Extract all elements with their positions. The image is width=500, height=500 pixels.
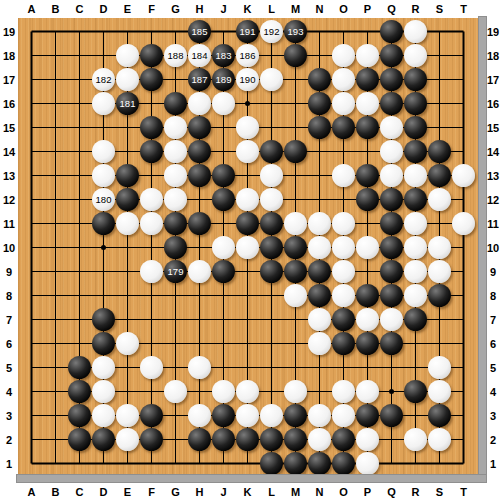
col-label-top-F: F (140, 1, 164, 17)
stone-H13[interactable] (188, 164, 211, 187)
stone-Q16[interactable] (380, 92, 403, 115)
stone-E17[interactable] (116, 68, 139, 91)
stone-P13[interactable] (356, 164, 379, 187)
stone-D11[interactable] (92, 212, 115, 235)
stone-F3[interactable] (140, 404, 163, 427)
row-label-left-18: 18 (1, 48, 17, 64)
stone-K15[interactable] (236, 116, 259, 139)
stone-Q13[interactable] (380, 164, 403, 187)
stone-E6[interactable] (116, 332, 139, 355)
stone-R16[interactable] (404, 92, 427, 115)
row-label-right-18: 18 (485, 48, 500, 64)
col-label-top-L: L (260, 1, 284, 17)
col-label-top-M: M (284, 1, 308, 17)
stone-L10[interactable] (260, 236, 283, 259)
stone-O8[interactable] (332, 284, 355, 307)
col-label-top-A: A (20, 1, 44, 17)
stone-O10[interactable] (332, 236, 355, 259)
stone-M4[interactable] (284, 380, 307, 403)
col-label-top-E: E (116, 1, 140, 17)
stone-O11[interactable] (332, 212, 355, 235)
row-label-right-2: 2 (485, 432, 500, 448)
stone-O4[interactable] (332, 380, 355, 403)
row-label-right-4: 4 (485, 384, 500, 400)
stone-F14[interactable] (140, 140, 163, 163)
col-label-bottom-A: A (20, 484, 44, 500)
stone-J4[interactable] (212, 380, 235, 403)
stone-Q9[interactable] (380, 260, 403, 283)
stone-F9[interactable] (140, 260, 163, 283)
col-label-bottom-L: L (260, 484, 284, 500)
row-label-right-9: 9 (485, 264, 500, 280)
stone-Q11[interactable] (380, 212, 403, 235)
col-label-bottom-K: K (236, 484, 260, 500)
row-label-left-2: 2 (1, 432, 17, 448)
stone-N15[interactable] (308, 116, 331, 139)
stone-L17[interactable] (260, 68, 283, 91)
col-label-top-K: K (236, 1, 260, 17)
stone-D7[interactable] (92, 308, 115, 331)
star-point (245, 101, 250, 106)
col-label-top-Q: Q (380, 1, 404, 17)
stone-C5[interactable] (68, 356, 91, 379)
col-label-bottom-C: C (68, 484, 92, 500)
row-label-right-16: 16 (485, 96, 500, 112)
stone-K2[interactable] (236, 428, 259, 451)
row-label-left-15: 15 (1, 120, 17, 136)
stone-H15[interactable] (188, 116, 211, 139)
stone-N10[interactable] (308, 236, 331, 259)
stone-R7[interactable] (404, 308, 427, 331)
stone-Q17[interactable] (380, 68, 403, 91)
stone-R11[interactable] (404, 212, 427, 235)
col-label-bottom-D: D (92, 484, 116, 500)
stone-K10[interactable] (236, 236, 259, 259)
stone-R15[interactable] (404, 116, 427, 139)
stone-H14[interactable] (188, 140, 211, 163)
stone-S2[interactable] (428, 428, 451, 451)
row-label-left-8: 8 (1, 288, 17, 304)
stone-E2[interactable] (116, 428, 139, 451)
stone-D16[interactable] (92, 92, 115, 115)
row-label-right-12: 12 (485, 192, 500, 208)
stone-L3[interactable] (260, 404, 283, 427)
stone-J3[interactable] (212, 404, 235, 427)
stone-H18[interactable]: 184 (188, 44, 211, 67)
stone-P18[interactable] (356, 44, 379, 67)
stone-J18[interactable]: 183 (212, 44, 235, 67)
row-label-right-11: 11 (485, 216, 500, 232)
row-label-right-13: 13 (485, 168, 500, 184)
stone-G14[interactable] (164, 140, 187, 163)
stone-D12[interactable]: 180 (92, 188, 115, 211)
stone-H11[interactable] (188, 212, 211, 235)
stone-H2[interactable] (188, 428, 211, 451)
stone-R9[interactable] (404, 260, 427, 283)
stone-P16[interactable] (356, 92, 379, 115)
stone-P6[interactable] (356, 332, 379, 355)
stone-C4[interactable] (68, 380, 91, 403)
col-label-top-C: C (68, 1, 92, 17)
stone-S12[interactable] (428, 188, 451, 211)
stone-M11[interactable] (284, 212, 307, 235)
stone-F15[interactable] (140, 116, 163, 139)
col-label-bottom-B: B (44, 484, 68, 500)
row-label-left-16: 16 (1, 96, 17, 112)
stone-L1[interactable] (260, 452, 283, 475)
stone-H9[interactable] (188, 260, 211, 283)
stone-E13[interactable] (116, 164, 139, 187)
row-label-left-17: 17 (1, 72, 17, 88)
row-label-left-12: 12 (1, 192, 17, 208)
stone-K19[interactable]: 191 (236, 20, 259, 43)
stone-R13[interactable] (404, 164, 427, 187)
row-label-right-10: 10 (485, 240, 500, 256)
stone-O15[interactable] (332, 116, 355, 139)
stone-L12[interactable] (260, 188, 283, 211)
stone-K12[interactable] (236, 188, 259, 211)
stone-R14[interactable] (404, 140, 427, 163)
row-label-left-9: 9 (1, 264, 17, 280)
col-label-bottom-Q: Q (380, 484, 404, 500)
stone-M9[interactable] (284, 260, 307, 283)
row-label-left-19: 19 (1, 24, 17, 40)
stone-Q6[interactable] (380, 332, 403, 355)
stone-M10[interactable] (284, 236, 307, 259)
col-label-bottom-S: S (428, 484, 452, 500)
stone-K14[interactable] (236, 140, 259, 163)
stone-M2[interactable] (284, 428, 307, 451)
horizontal-scrollbar-gutter[interactable] (16, 474, 487, 483)
stone-P12[interactable] (356, 188, 379, 211)
stone-J10[interactable] (212, 236, 235, 259)
stone-J2[interactable] (212, 428, 235, 451)
stone-J17[interactable]: 189 (212, 68, 235, 91)
stone-O16[interactable] (332, 92, 355, 115)
stone-P17[interactable] (356, 68, 379, 91)
stone-Q15[interactable] (380, 116, 403, 139)
col-label-top-O: O (332, 1, 356, 17)
stone-F5[interactable] (140, 356, 163, 379)
stone-L2[interactable] (260, 428, 283, 451)
stone-L9[interactable] (260, 260, 283, 283)
stone-O7[interactable] (332, 308, 355, 331)
stone-N16[interactable] (308, 92, 331, 115)
stone-N8[interactable] (308, 284, 331, 307)
stone-O3[interactable] (332, 404, 355, 427)
stone-D17[interactable]: 182 (92, 68, 115, 91)
stone-G12[interactable] (164, 188, 187, 211)
stone-P8[interactable] (356, 284, 379, 307)
stone-P1[interactable] (356, 452, 379, 475)
stone-T13[interactable] (452, 164, 475, 187)
stone-R18[interactable] (404, 44, 427, 67)
col-label-bottom-T: T (452, 484, 476, 500)
stone-M18[interactable] (284, 44, 307, 67)
stone-P15[interactable] (356, 116, 379, 139)
row-label-right-1: 1 (485, 456, 500, 472)
col-label-bottom-P: P (356, 484, 380, 500)
row-label-right-5: 5 (485, 360, 500, 376)
col-label-top-T: T (452, 1, 476, 17)
row-label-left-3: 3 (1, 408, 17, 424)
row-label-left-1: 1 (1, 456, 17, 472)
stone-G18[interactable]: 188 (164, 44, 187, 67)
stone-F17[interactable] (140, 68, 163, 91)
stone-Q18[interactable] (380, 44, 403, 67)
row-label-left-7: 7 (1, 312, 17, 328)
stone-F11[interactable] (140, 212, 163, 235)
stone-N1[interactable] (308, 452, 331, 475)
stone-F18[interactable] (140, 44, 163, 67)
col-label-top-D: D (92, 1, 116, 17)
stone-N7[interactable] (308, 308, 331, 331)
stone-Q10[interactable] (380, 236, 403, 259)
stone-F12[interactable] (140, 188, 163, 211)
col-label-bottom-H: H (188, 484, 212, 500)
row-label-left-14: 14 (1, 144, 17, 160)
stone-K3[interactable] (236, 404, 259, 427)
stone-P7[interactable] (356, 308, 379, 331)
stone-S8[interactable] (428, 284, 451, 307)
vertical-scrollbar-gutter[interactable] (478, 16, 487, 482)
col-label-top-P: P (356, 1, 380, 17)
stone-O2[interactable] (332, 428, 355, 451)
stone-P2[interactable] (356, 428, 379, 451)
stone-J9[interactable] (212, 260, 235, 283)
stone-K11[interactable] (236, 212, 259, 235)
stone-R12[interactable] (404, 188, 427, 211)
stone-O1[interactable] (332, 452, 355, 475)
stone-K18[interactable]: 186 (236, 44, 259, 67)
stone-R2[interactable] (404, 428, 427, 451)
stone-Q8[interactable] (380, 284, 403, 307)
col-label-top-B: B (44, 1, 68, 17)
stone-M8[interactable] (284, 284, 307, 307)
col-label-top-H: H (188, 1, 212, 17)
stone-M19[interactable]: 193 (284, 20, 307, 43)
stone-N17[interactable] (308, 68, 331, 91)
stone-D3[interactable] (92, 404, 115, 427)
row-label-left-13: 13 (1, 168, 17, 184)
stone-Q19[interactable] (380, 20, 403, 43)
stone-H3[interactable] (188, 404, 211, 427)
row-label-right-8: 8 (485, 288, 500, 304)
stone-P10[interactable] (356, 236, 379, 259)
col-label-bottom-O: O (332, 484, 356, 500)
stone-S13[interactable] (428, 164, 451, 187)
col-label-top-R: R (404, 1, 428, 17)
row-label-left-4: 4 (1, 384, 17, 400)
stone-Q3[interactable] (380, 404, 403, 427)
col-label-bottom-J: J (212, 484, 236, 500)
row-label-right-7: 7 (485, 312, 500, 328)
stone-T11[interactable] (452, 212, 475, 235)
stone-J13[interactable] (212, 164, 235, 187)
stone-C3[interactable] (68, 404, 91, 427)
stone-E3[interactable] (116, 404, 139, 427)
row-label-right-17: 17 (485, 72, 500, 88)
col-label-top-G: G (164, 1, 188, 17)
stone-R19[interactable] (404, 20, 427, 43)
stone-F2[interactable] (140, 428, 163, 451)
stone-N3[interactable] (308, 404, 331, 427)
stone-G15[interactable] (164, 116, 187, 139)
stone-D4[interactable] (92, 380, 115, 403)
stone-S3[interactable] (428, 404, 451, 427)
col-label-bottom-F: F (140, 484, 164, 500)
row-label-right-14: 14 (485, 144, 500, 160)
stone-J16[interactable] (212, 92, 235, 115)
stone-M3[interactable] (284, 404, 307, 427)
col-label-top-N: N (308, 1, 332, 17)
row-label-right-6: 6 (485, 336, 500, 352)
stone-G13[interactable] (164, 164, 187, 187)
col-label-bottom-G: G (164, 484, 188, 500)
stone-H16[interactable] (188, 92, 211, 115)
stone-R17[interactable] (404, 68, 427, 91)
stone-D5[interactable] (92, 356, 115, 379)
star-point (389, 389, 394, 394)
row-label-left-11: 11 (1, 216, 17, 232)
row-label-right-15: 15 (485, 120, 500, 136)
col-label-bottom-M: M (284, 484, 308, 500)
row-label-left-6: 6 (1, 336, 17, 352)
stone-D14[interactable] (92, 140, 115, 163)
star-point (101, 245, 106, 250)
col-label-top-J: J (212, 1, 236, 17)
stone-L11[interactable] (260, 212, 283, 235)
stone-D13[interactable] (92, 164, 115, 187)
stone-E18[interactable] (116, 44, 139, 67)
stone-D6[interactable] (92, 332, 115, 355)
row-label-left-5: 5 (1, 360, 17, 376)
stone-R8[interactable] (404, 284, 427, 307)
stone-Q7[interactable] (380, 308, 403, 331)
stone-N6[interactable] (308, 332, 331, 355)
stone-Q12[interactable] (380, 188, 403, 211)
stone-G10[interactable] (164, 236, 187, 259)
stone-N9[interactable] (308, 260, 331, 283)
stone-S4[interactable] (428, 380, 451, 403)
stone-J12[interactable] (212, 188, 235, 211)
col-label-bottom-E: E (116, 484, 140, 500)
stone-S5[interactable] (428, 356, 451, 379)
stone-E12[interactable] (116, 188, 139, 211)
stone-S10[interactable] (428, 236, 451, 259)
stone-Q14[interactable] (380, 140, 403, 163)
col-label-bottom-R: R (404, 484, 428, 500)
stone-K4[interactable] (236, 380, 259, 403)
stone-G4[interactable] (164, 380, 187, 403)
stone-P4[interactable] (356, 380, 379, 403)
stone-R4[interactable] (404, 380, 427, 403)
stone-M14[interactable] (284, 140, 307, 163)
stone-O13[interactable] (332, 164, 355, 187)
stone-R10[interactable] (404, 236, 427, 259)
stone-L13[interactable] (260, 164, 283, 187)
stone-O17[interactable] (332, 68, 355, 91)
stone-G16[interactable] (164, 92, 187, 115)
stone-G11[interactable] (164, 212, 187, 235)
stone-H17[interactable]: 187 (188, 68, 211, 91)
col-label-bottom-N: N (308, 484, 332, 500)
stone-L14[interactable] (260, 140, 283, 163)
stone-E16[interactable]: 181 (116, 92, 139, 115)
stone-O6[interactable] (332, 332, 355, 355)
row-label-left-10: 10 (1, 240, 17, 256)
stone-H19[interactable]: 185 (188, 20, 211, 43)
stone-K17[interactable]: 190 (236, 68, 259, 91)
go-board-app: ABCDEFGHJKLMNOPQRST ABCDEFGHJKLMNOPQRST … (0, 0, 500, 500)
stone-D2[interactable] (92, 428, 115, 451)
stone-S9[interactable] (428, 260, 451, 283)
col-label-top-S: S (428, 1, 452, 17)
stone-H5[interactable] (188, 356, 211, 379)
stone-G9[interactable]: 179 (164, 260, 187, 283)
stone-E11[interactable] (116, 212, 139, 235)
stone-C2[interactable] (68, 428, 91, 451)
stone-O9[interactable] (332, 260, 355, 283)
stone-M1[interactable] (284, 452, 307, 475)
stone-P3[interactable] (356, 404, 379, 427)
stone-L19[interactable]: 192 (260, 20, 283, 43)
row-label-right-3: 3 (485, 408, 500, 424)
stone-N2[interactable] (308, 428, 331, 451)
stone-N11[interactable] (308, 212, 331, 235)
stone-S14[interactable] (428, 140, 451, 163)
stone-O18[interactable] (332, 44, 355, 67)
row-label-right-19: 19 (485, 24, 500, 40)
